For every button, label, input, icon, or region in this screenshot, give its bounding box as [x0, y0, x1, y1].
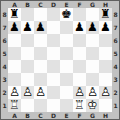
- piece-white-rook: ♖: [8, 99, 21, 112]
- square-g4[interactable]: [86, 60, 99, 73]
- piece-black-pawn: ♟: [34, 21, 47, 34]
- rank-label-3: 3: [1, 73, 8, 86]
- square-c6[interactable]: [34, 34, 47, 47]
- file-label-c: C: [34, 1, 47, 8]
- square-b6[interactable]: [21, 34, 34, 47]
- square-d2[interactable]: [47, 86, 60, 99]
- square-e8[interactable]: ♚: [60, 8, 73, 21]
- square-e1[interactable]: [60, 99, 73, 112]
- rank-label-7: 7: [112, 21, 119, 34]
- file-label-b: B: [21, 112, 34, 119]
- file-labels-top: ABCDEFGH: [8, 1, 112, 8]
- square-d6[interactable]: [47, 34, 60, 47]
- square-g1[interactable]: ♚♔: [86, 99, 99, 112]
- square-e7[interactable]: [60, 21, 73, 34]
- square-h2[interactable]: ♟♙: [99, 86, 112, 99]
- file-label-g: G: [86, 1, 99, 8]
- file-labels-bottom: ABCDEFGH: [8, 112, 112, 119]
- file-label-b: B: [21, 1, 34, 8]
- square-a1[interactable]: ♜♖: [8, 99, 21, 112]
- square-c1[interactable]: [34, 99, 47, 112]
- file-label-h: H: [99, 112, 112, 119]
- piece-black-pawn: ♟: [73, 21, 86, 34]
- square-b1[interactable]: [21, 99, 34, 112]
- piece-white-king: ♔: [86, 99, 99, 112]
- square-c4[interactable]: [34, 60, 47, 73]
- piece-black-pawn: ♟: [21, 21, 34, 34]
- rank-label-8: 8: [1, 8, 8, 21]
- rank-label-8: 8: [112, 8, 119, 21]
- square-b7[interactable]: ♟: [21, 21, 34, 34]
- square-e3[interactable]: [60, 73, 73, 86]
- square-h7[interactable]: ♟: [99, 21, 112, 34]
- rank-label-7: 7: [1, 21, 8, 34]
- square-d3[interactable]: [47, 73, 60, 86]
- piece-black-pawn: ♟: [8, 21, 21, 34]
- rank-label-5: 5: [1, 47, 8, 60]
- piece-white-pawn: ♙: [34, 86, 47, 99]
- rank-label-1: 1: [1, 99, 8, 112]
- square-h6[interactable]: [99, 34, 112, 47]
- square-f7[interactable]: ♟: [73, 21, 86, 34]
- square-c7[interactable]: ♟: [34, 21, 47, 34]
- square-e4[interactable]: [60, 60, 73, 73]
- chess-board-diagram: ABCDEFGH 87654321 87654321 ABCDEFGH ♜♚♜♟…: [0, 0, 120, 120]
- square-h4[interactable]: [99, 60, 112, 73]
- file-label-g: G: [86, 112, 99, 119]
- rank-label-5: 5: [112, 47, 119, 60]
- square-f4[interactable]: [73, 60, 86, 73]
- piece-black-king: ♚: [60, 8, 73, 21]
- square-d1[interactable]: [47, 99, 60, 112]
- rank-label-2: 2: [1, 86, 8, 99]
- file-label-a: A: [8, 112, 21, 119]
- square-c2[interactable]: ♟♙: [34, 86, 47, 99]
- rank-label-4: 4: [112, 60, 119, 73]
- square-a6[interactable]: [8, 34, 21, 47]
- square-e5[interactable]: [60, 47, 73, 60]
- square-f5[interactable]: [73, 47, 86, 60]
- square-a4[interactable]: [8, 60, 21, 73]
- square-d4[interactable]: [47, 60, 60, 73]
- rank-labels-right: 87654321: [112, 8, 119, 112]
- square-c5[interactable]: [34, 47, 47, 60]
- square-f1[interactable]: ♜♖: [73, 99, 86, 112]
- square-h5[interactable]: [99, 47, 112, 60]
- file-label-d: D: [47, 1, 60, 8]
- piece-white-rook: ♖: [73, 99, 86, 112]
- square-a5[interactable]: [8, 47, 21, 60]
- square-h1[interactable]: [99, 99, 112, 112]
- square-d8[interactable]: [47, 8, 60, 21]
- rank-label-6: 6: [112, 34, 119, 47]
- square-g6[interactable]: [86, 34, 99, 47]
- piece-white-pawn: ♙: [99, 86, 112, 99]
- square-g5[interactable]: [86, 47, 99, 60]
- file-label-f: F: [73, 112, 86, 119]
- rank-label-3: 3: [112, 73, 119, 86]
- piece-black-pawn: ♟: [99, 21, 112, 34]
- rank-label-1: 1: [112, 99, 119, 112]
- file-label-c: C: [34, 112, 47, 119]
- square-b4[interactable]: [21, 60, 34, 73]
- square-e6[interactable]: [60, 34, 73, 47]
- rank-label-4: 4: [1, 60, 8, 73]
- piece-white-pawn: ♙: [21, 86, 34, 99]
- square-d5[interactable]: [47, 47, 60, 60]
- piece-black-pawn: ♟: [86, 21, 99, 34]
- square-b2[interactable]: ♟♙: [21, 86, 34, 99]
- square-e2[interactable]: [60, 86, 73, 99]
- rank-label-2: 2: [112, 86, 119, 99]
- rank-label-6: 6: [1, 34, 8, 47]
- board: ♜♚♜♟♟♟♟♟♟♟♙♟♙♟♙♟♙♟♙♟♙♜♖♜♖♚♔: [8, 8, 112, 112]
- file-label-e: E: [60, 112, 73, 119]
- file-label-f: F: [73, 1, 86, 8]
- square-f6[interactable]: [73, 34, 86, 47]
- file-label-d: D: [47, 112, 60, 119]
- square-g7[interactable]: ♟: [86, 21, 99, 34]
- square-b5[interactable]: [21, 47, 34, 60]
- rank-labels-left: 87654321: [1, 8, 8, 112]
- square-d7[interactable]: [47, 21, 60, 34]
- square-a7[interactable]: ♟: [8, 21, 21, 34]
